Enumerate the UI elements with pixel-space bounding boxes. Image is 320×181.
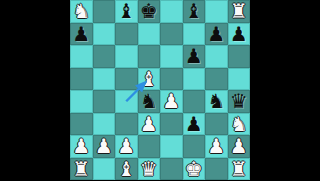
square-f6[interactable]: ♟ [183,45,206,68]
square-e7[interactable] [160,23,183,46]
square-d1[interactable]: ♛ [138,158,161,181]
square-h6[interactable] [228,45,251,68]
square-d8[interactable]: ♚ [138,0,161,23]
piece-black-queen-h4[interactable]: ♛ [228,90,251,113]
square-a7[interactable]: ♟ [70,23,93,46]
square-g2[interactable]: ♟ [205,135,228,158]
square-c6[interactable] [115,45,138,68]
piece-black-bishop-f8[interactable]: ♝ [183,0,206,23]
piece-white-pawn-e4[interactable]: ♟ [160,90,183,113]
square-h5[interactable] [228,68,251,91]
piece-white-pawn-b2[interactable]: ♟ [93,135,116,158]
square-g4[interactable]: ♞ [205,90,228,113]
square-d3[interactable]: ♟ [138,113,161,136]
square-c5[interactable] [115,68,138,91]
piece-white-knight-a8[interactable]: ♞ [70,0,93,23]
square-b5[interactable] [93,68,116,91]
square-b1[interactable] [93,158,116,181]
square-h3[interactable]: ♞ [228,113,251,136]
square-a6[interactable] [70,45,93,68]
square-g6[interactable] [205,45,228,68]
piece-white-pawn-g2[interactable]: ♟ [205,135,228,158]
square-f8[interactable]: ♝ [183,0,206,23]
square-b6[interactable] [93,45,116,68]
square-f3[interactable]: ♟ [183,113,206,136]
square-a8[interactable]: ♞ [70,0,93,23]
piece-white-pawn-a2[interactable]: ♟ [70,135,93,158]
square-b4[interactable] [93,90,116,113]
piece-white-queen-d1[interactable]: ♛ [138,158,161,181]
piece-black-pawn-f3[interactable]: ♟ [183,113,206,136]
square-g1[interactable] [205,158,228,181]
square-d5[interactable]: ♝ [138,68,161,91]
piece-black-pawn-f6[interactable]: ♟ [183,45,206,68]
square-h8[interactable]: ♜ [228,0,251,23]
square-g5[interactable] [205,68,228,91]
square-a4[interactable] [70,90,93,113]
square-b2[interactable]: ♟ [93,135,116,158]
piece-white-pawn-h2[interactable]: ♟ [228,135,251,158]
square-e1[interactable] [160,158,183,181]
square-f7[interactable] [183,23,206,46]
piece-black-pawn-a7[interactable]: ♟ [70,23,93,46]
square-a3[interactable] [70,113,93,136]
square-c1[interactable]: ♝ [115,158,138,181]
square-b7[interactable] [93,23,116,46]
piece-white-bishop-d5[interactable]: ♝ [138,68,161,91]
square-e8[interactable] [160,0,183,23]
square-g8[interactable] [205,0,228,23]
square-f5[interactable] [183,68,206,91]
piece-white-pawn-c2[interactable]: ♟ [115,135,138,158]
square-g7[interactable]: ♟ [205,23,228,46]
piece-black-king-d8[interactable]: ♚ [138,0,161,23]
square-d6[interactable] [138,45,161,68]
square-f4[interactable] [183,90,206,113]
square-b8[interactable] [93,0,116,23]
square-a1[interactable]: ♜ [70,158,93,181]
square-h1[interactable]: ♜ [228,158,251,181]
square-e4[interactable]: ♟ [160,90,183,113]
square-c2[interactable]: ♟ [115,135,138,158]
square-b3[interactable] [93,113,116,136]
square-c4[interactable] [115,90,138,113]
square-e2[interactable] [160,135,183,158]
square-a5[interactable] [70,68,93,91]
square-d2[interactable] [138,135,161,158]
piece-black-pawn-g7[interactable]: ♟ [205,23,228,46]
square-d7[interactable] [138,23,161,46]
piece-white-king-f1[interactable]: ♚ [183,158,206,181]
piece-black-bishop-c8[interactable]: ♝ [115,0,138,23]
piece-white-pawn-d3[interactable]: ♟ [138,113,161,136]
square-f1[interactable]: ♚ [183,158,206,181]
piece-white-bishop-c1[interactable]: ♝ [115,158,138,181]
square-h4[interactable]: ♛ [228,90,251,113]
square-h7[interactable]: ♟ [228,23,251,46]
piece-white-knight-h3[interactable]: ♞ [228,113,251,136]
piece-black-knight-d4[interactable]: ♞ [138,90,161,113]
square-c3[interactable] [115,113,138,136]
chess-board: ♞♝♚♝♜♟♟♟♟♝♞♟♞♛♟♟♞♟♟♟♟♟♜♝♛♚♜ [70,0,250,180]
square-g3[interactable] [205,113,228,136]
square-e3[interactable] [160,113,183,136]
piece-white-rook-a1[interactable]: ♜ [70,158,93,181]
square-a2[interactable]: ♟ [70,135,93,158]
piece-white-rook-h1[interactable]: ♜ [228,158,251,181]
square-c7[interactable] [115,23,138,46]
piece-black-pawn-h7[interactable]: ♟ [228,23,251,46]
square-d4[interactable]: ♞ [138,90,161,113]
piece-white-rook-h8[interactable]: ♜ [228,0,251,23]
app-screen: ♞♝♚♝♜♟♟♟♟♝♞♟♞♛♟♟♞♟♟♟♟♟♜♝♛♚♜ [0,0,320,180]
piece-black-knight-g4[interactable]: ♞ [205,90,228,113]
square-e6[interactable] [160,45,183,68]
square-c8[interactable]: ♝ [115,0,138,23]
square-f2[interactable] [183,135,206,158]
square-e5[interactable] [160,68,183,91]
square-h2[interactable]: ♟ [228,135,251,158]
